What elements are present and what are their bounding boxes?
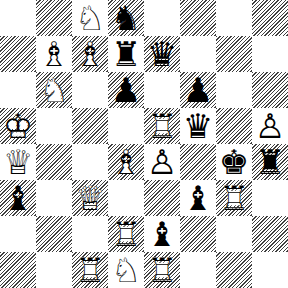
white-rook-icon: ♖ xyxy=(216,180,252,216)
square-e6[interactable] xyxy=(144,72,180,108)
square-a3[interactable]: ♝ xyxy=(0,180,36,216)
square-h1[interactable] xyxy=(252,252,288,288)
white-bishop-icon: ♗ xyxy=(36,36,72,72)
white-knight-icon: ♘ xyxy=(36,72,72,108)
square-e2[interactable]: ♝ xyxy=(144,216,180,252)
square-b2[interactable] xyxy=(36,216,72,252)
square-a2[interactable] xyxy=(0,216,36,252)
square-f6[interactable]: ♟ xyxy=(180,72,216,108)
square-f1[interactable] xyxy=(180,252,216,288)
square-g1[interactable] xyxy=(216,252,252,288)
square-g2[interactable] xyxy=(216,216,252,252)
black-bishop-icon: ♝ xyxy=(144,216,180,252)
square-b1[interactable] xyxy=(36,252,72,288)
white-bishop-piece[interactable]: ♝♗ xyxy=(108,144,144,180)
black-queen-piece[interactable]: ♛ xyxy=(180,108,216,144)
black-queen-icon: ♛ xyxy=(180,108,216,144)
white-bishop-icon: ♗ xyxy=(108,144,144,180)
square-d3[interactable] xyxy=(108,180,144,216)
square-g3[interactable]: ♜♖ xyxy=(216,180,252,216)
square-c1[interactable]: ♜♖ xyxy=(72,252,108,288)
black-pawn-icon: ♟ xyxy=(180,72,216,108)
square-e1[interactable]: ♜♖ xyxy=(144,252,180,288)
black-king-piece[interactable]: ♚ xyxy=(216,144,252,180)
square-e3[interactable] xyxy=(144,180,180,216)
white-pawn-icon: ♙ xyxy=(144,144,180,180)
square-d7[interactable]: ♜ xyxy=(108,36,144,72)
square-a4[interactable]: ♛♕ xyxy=(0,144,36,180)
white-queen-icon: ♕ xyxy=(0,144,36,180)
square-a8[interactable] xyxy=(0,0,36,36)
square-h5[interactable]: ♟♙ xyxy=(252,108,288,144)
square-c3[interactable]: ♛♕ xyxy=(72,180,108,216)
square-a6[interactable] xyxy=(0,72,36,108)
white-rook-icon: ♖ xyxy=(144,108,180,144)
square-h2[interactable] xyxy=(252,216,288,252)
square-g6[interactable] xyxy=(216,72,252,108)
white-bishop-icon: ♗ xyxy=(72,36,108,72)
white-rook-icon: ♖ xyxy=(108,216,144,252)
square-g8[interactable] xyxy=(216,0,252,36)
white-rook-piece[interactable]: ♜♖ xyxy=(144,252,180,288)
white-knight-icon: ♘ xyxy=(72,0,108,36)
square-f2[interactable] xyxy=(180,216,216,252)
white-bishop-piece[interactable]: ♝♗ xyxy=(36,36,72,72)
white-pawn-piece[interactable]: ♟♙ xyxy=(252,108,288,144)
square-f7[interactable] xyxy=(180,36,216,72)
square-b3[interactable] xyxy=(36,180,72,216)
square-c8[interactable]: ♞♘ xyxy=(72,0,108,36)
square-c5[interactable] xyxy=(72,108,108,144)
square-b8[interactable] xyxy=(36,0,72,36)
square-c7[interactable]: ♝♗ xyxy=(72,36,108,72)
square-e8[interactable] xyxy=(144,0,180,36)
square-a5[interactable]: ♚♔ xyxy=(0,108,36,144)
black-bishop-piece[interactable]: ♝ xyxy=(180,180,216,216)
square-e4[interactable]: ♟♙ xyxy=(144,144,180,180)
black-king-icon: ♚ xyxy=(216,144,252,180)
square-b6[interactable]: ♞♘ xyxy=(36,72,72,108)
black-bishop-piece[interactable]: ♝ xyxy=(144,216,180,252)
square-d6[interactable]: ♟ xyxy=(108,72,144,108)
square-c6[interactable] xyxy=(72,72,108,108)
black-bishop-icon: ♝ xyxy=(0,180,36,216)
black-pawn-piece[interactable]: ♟ xyxy=(180,72,216,108)
square-b7[interactable]: ♝♗ xyxy=(36,36,72,72)
square-g7[interactable] xyxy=(216,36,252,72)
square-f8[interactable] xyxy=(180,0,216,36)
square-d1[interactable]: ♞♘ xyxy=(108,252,144,288)
square-e7[interactable]: ♛ xyxy=(144,36,180,72)
white-knight-piece[interactable]: ♞♘ xyxy=(108,252,144,288)
white-rook-piece[interactable]: ♜♖ xyxy=(216,180,252,216)
black-knight-piece[interactable]: ♞ xyxy=(108,0,144,36)
white-rook-piece[interactable]: ♜♖ xyxy=(144,108,180,144)
white-king-icon: ♔ xyxy=(0,108,36,144)
black-rook-piece[interactable]: ♜ xyxy=(252,144,288,180)
square-c4[interactable] xyxy=(72,144,108,180)
square-b5[interactable] xyxy=(36,108,72,144)
black-bishop-piece[interactable]: ♝ xyxy=(0,180,36,216)
square-h4[interactable]: ♜ xyxy=(252,144,288,180)
white-queen-icon: ♕ xyxy=(72,180,108,216)
white-rook-piece[interactable]: ♜♖ xyxy=(72,252,108,288)
white-rook-icon: ♖ xyxy=(144,252,180,288)
white-queen-piece[interactable]: ♛♕ xyxy=(0,144,36,180)
white-rook-piece[interactable]: ♜♖ xyxy=(108,216,144,252)
black-knight-icon: ♞ xyxy=(108,0,144,36)
black-rook-icon: ♜ xyxy=(252,144,288,180)
square-f3[interactable]: ♝ xyxy=(180,180,216,216)
square-g4[interactable]: ♚ xyxy=(216,144,252,180)
square-c2[interactable] xyxy=(72,216,108,252)
square-g5[interactable] xyxy=(216,108,252,144)
white-knight-piece[interactable]: ♞♘ xyxy=(36,72,72,108)
white-pawn-piece[interactable]: ♟♙ xyxy=(144,144,180,180)
white-bishop-piece[interactable]: ♝♗ xyxy=(72,36,108,72)
square-f5[interactable]: ♛ xyxy=(180,108,216,144)
square-h7[interactable] xyxy=(252,36,288,72)
white-rook-icon: ♖ xyxy=(72,252,108,288)
white-queen-piece[interactable]: ♛♕ xyxy=(72,180,108,216)
black-rook-piece[interactable]: ♜ xyxy=(108,36,144,72)
black-pawn-icon: ♟ xyxy=(108,72,144,108)
square-h6[interactable] xyxy=(252,72,288,108)
square-b4[interactable] xyxy=(36,144,72,180)
white-knight-icon: ♘ xyxy=(108,252,144,288)
square-f4[interactable] xyxy=(180,144,216,180)
square-e5[interactable]: ♜♖ xyxy=(144,108,180,144)
black-pawn-piece[interactable]: ♟ xyxy=(108,72,144,108)
black-queen-piece[interactable]: ♛ xyxy=(144,36,180,72)
square-d8[interactable]: ♞ xyxy=(108,0,144,36)
black-bishop-icon: ♝ xyxy=(180,180,216,216)
white-king-piece[interactable]: ♚♔ xyxy=(0,108,36,144)
square-a1[interactable] xyxy=(0,252,36,288)
square-d5[interactable] xyxy=(108,108,144,144)
black-queen-icon: ♛ xyxy=(144,36,180,72)
square-h3[interactable] xyxy=(252,180,288,216)
square-h8[interactable] xyxy=(252,0,288,36)
white-knight-piece[interactable]: ♞♘ xyxy=(72,0,108,36)
square-a7[interactable] xyxy=(0,36,36,72)
square-d2[interactable]: ♜♖ xyxy=(108,216,144,252)
chess-board: ♞♘♞♝♗♝♗♜♛♞♘♟♟♚♔♜♖♛♟♙♛♕♝♗♟♙♚♜♝♛♕♝♜♖♜♖♝♜♖♞… xyxy=(0,0,288,288)
black-rook-icon: ♜ xyxy=(108,36,144,72)
white-pawn-icon: ♙ xyxy=(252,108,288,144)
square-d4[interactable]: ♝♗ xyxy=(108,144,144,180)
